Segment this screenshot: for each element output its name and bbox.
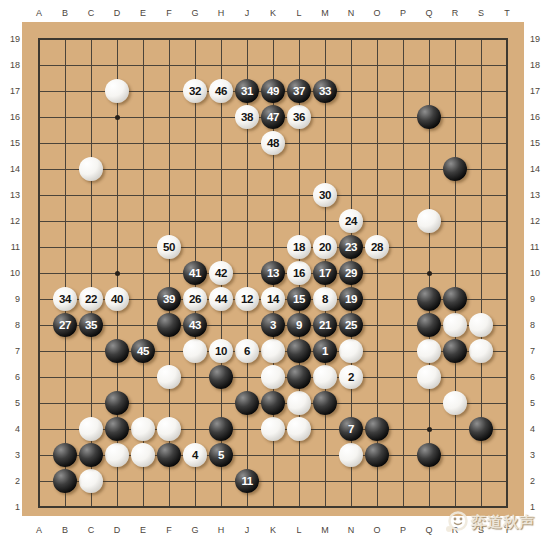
row-label: 17 <box>4 78 20 104</box>
col-label: F <box>156 7 182 19</box>
row-label: 6 <box>530 364 546 390</box>
stone-white <box>131 443 155 467</box>
stone-white: 6 <box>235 339 259 363</box>
col-label: K <box>260 524 286 536</box>
row-label: 10 <box>4 260 20 286</box>
stone-black: 3 <box>261 313 285 337</box>
row-label: 3 <box>530 442 546 468</box>
stone-white: 14 <box>261 287 285 311</box>
stone-black: 49 <box>261 79 285 103</box>
col-label: O <box>364 524 390 536</box>
stone-white <box>287 417 311 441</box>
col-label: Q <box>416 524 442 536</box>
stone-black <box>417 313 441 337</box>
stone-white: 24 <box>339 209 363 233</box>
stone-black: 35 <box>79 313 103 337</box>
col-label: P <box>390 524 416 536</box>
stone-white <box>131 417 155 441</box>
col-label: E <box>130 524 156 536</box>
col-label: D <box>104 7 130 19</box>
stone-white: 16 <box>287 261 311 285</box>
stone-white <box>157 365 181 389</box>
stone-white: 12 <box>235 287 259 311</box>
stone-black <box>365 443 389 467</box>
smiley-face-logo-icon <box>444 509 470 535</box>
col-label: A <box>26 524 52 536</box>
stone-black: 11 <box>235 469 259 493</box>
stone-white: 38 <box>235 105 259 129</box>
row-label: 13 <box>4 182 20 208</box>
col-label: E <box>130 7 156 19</box>
row-label: 10 <box>530 260 546 286</box>
stone-white <box>183 339 207 363</box>
stone-white: 26 <box>183 287 207 311</box>
star-point <box>427 271 432 276</box>
stone-white: 18 <box>287 235 311 259</box>
stone-white: 22 <box>79 287 103 311</box>
star-point <box>427 427 432 432</box>
stone-white: 44 <box>209 287 233 311</box>
row-label: 3 <box>4 442 20 468</box>
stone-white: 50 <box>157 235 181 259</box>
stone-white <box>313 365 337 389</box>
row-label: 7 <box>530 338 546 364</box>
page: ABCDEFGHJKLMNOPQRST ABCDEFGHJKLMNOPQRST … <box>0 0 550 550</box>
row-label: 2 <box>530 468 546 494</box>
stone-white: 48 <box>261 131 285 155</box>
row-label: 2 <box>4 468 20 494</box>
col-label: B <box>52 7 78 19</box>
stone-white <box>469 313 493 337</box>
col-label: Q <box>416 7 442 19</box>
row-label: 16 <box>530 104 546 130</box>
stone-white: 32 <box>183 79 207 103</box>
stone-black: 41 <box>183 261 207 285</box>
stone-black <box>287 339 311 363</box>
col-label: A <box>26 7 52 19</box>
stone-white: 42 <box>209 261 233 285</box>
row-label: 17 <box>530 78 546 104</box>
col-label: P <box>390 7 416 19</box>
stone-black <box>79 443 103 467</box>
stone-white: 36 <box>287 105 311 129</box>
stone-black: 5 <box>209 443 233 467</box>
col-label: M <box>312 7 338 19</box>
stone-white <box>157 417 181 441</box>
row-label: 8 <box>4 312 20 338</box>
stone-black: 31 <box>235 79 259 103</box>
col-label: C <box>78 7 104 19</box>
stone-white <box>417 209 441 233</box>
stone-black: 1 <box>313 339 337 363</box>
column-labels-top: ABCDEFGHJKLMNOPQRST <box>26 7 520 19</box>
col-label: M <box>312 524 338 536</box>
row-label: 15 <box>4 130 20 156</box>
stone-black: 47 <box>261 105 285 129</box>
stone-white <box>339 443 363 467</box>
stone-black: 7 <box>339 417 363 441</box>
stone-black: 25 <box>339 313 363 337</box>
col-label: L <box>286 524 312 536</box>
row-label: 11 <box>4 234 20 260</box>
col-label: C <box>78 524 104 536</box>
stones-layer: 1234567891011121314151617181920212223242… <box>26 26 520 520</box>
row-label: 18 <box>530 52 546 78</box>
stone-white: 34 <box>53 287 77 311</box>
row-label: 6 <box>4 364 20 390</box>
stone-black: 17 <box>313 261 337 285</box>
stone-black <box>261 391 285 415</box>
stone-white <box>79 469 103 493</box>
stone-black <box>365 417 389 441</box>
stone-black: 21 <box>313 313 337 337</box>
stone-black: 33 <box>313 79 337 103</box>
col-label: H <box>208 7 234 19</box>
watermark: 弈道秋声 <box>444 509 535 535</box>
star-point <box>115 271 120 276</box>
stone-white: 2 <box>339 365 363 389</box>
row-label: 19 <box>4 26 20 52</box>
stone-white <box>261 339 285 363</box>
stone-black <box>209 417 233 441</box>
stone-black: 29 <box>339 261 363 285</box>
stone-white: 30 <box>313 183 337 207</box>
stone-black <box>209 365 233 389</box>
stone-black <box>313 391 337 415</box>
stone-black: 13 <box>261 261 285 285</box>
row-label: 14 <box>4 156 20 182</box>
stone-black <box>235 391 259 415</box>
stone-white <box>261 365 285 389</box>
col-label: J <box>234 7 260 19</box>
stone-white <box>79 417 103 441</box>
stone-white <box>443 391 467 415</box>
stone-white <box>443 313 467 337</box>
col-label: S <box>468 7 494 19</box>
stone-white <box>261 417 285 441</box>
stone-black <box>105 391 129 415</box>
row-label: 4 <box>4 416 20 442</box>
col-label: K <box>260 7 286 19</box>
stone-black <box>105 417 129 441</box>
row-label: 9 <box>4 286 20 312</box>
row-label: 5 <box>530 390 546 416</box>
stone-white <box>105 443 129 467</box>
col-label: H <box>208 524 234 536</box>
stone-white: 10 <box>209 339 233 363</box>
stone-black <box>287 365 311 389</box>
row-label: 13 <box>530 182 546 208</box>
stone-black <box>53 443 77 467</box>
row-label: 5 <box>4 390 20 416</box>
stone-white <box>417 339 441 363</box>
row-labels-left: 19181716151413121110987654321 <box>4 26 20 520</box>
col-label: L <box>286 7 312 19</box>
col-label: N <box>338 7 364 19</box>
watermark-text: 弈道秋声 <box>471 513 535 532</box>
stone-black: 39 <box>157 287 181 311</box>
row-label: 12 <box>530 208 546 234</box>
col-label: F <box>156 524 182 536</box>
stone-black <box>53 469 77 493</box>
row-label: 8 <box>530 312 546 338</box>
stone-white: 40 <box>105 287 129 311</box>
stone-white <box>287 391 311 415</box>
star-point <box>115 115 120 120</box>
col-label: D <box>104 524 130 536</box>
row-label: 11 <box>530 234 546 260</box>
stone-black: 15 <box>287 287 311 311</box>
col-label: G <box>182 7 208 19</box>
row-label: 19 <box>530 26 546 52</box>
col-label: G <box>182 524 208 536</box>
row-label: 7 <box>4 338 20 364</box>
row-label: 14 <box>530 156 546 182</box>
row-label: 16 <box>4 104 20 130</box>
stone-black: 9 <box>287 313 311 337</box>
row-label: 4 <box>530 416 546 442</box>
col-label: B <box>52 524 78 536</box>
stone-white <box>417 365 441 389</box>
col-label: N <box>338 524 364 536</box>
stone-white <box>79 157 103 181</box>
stone-black <box>417 287 441 311</box>
stone-black <box>417 443 441 467</box>
stone-black: 19 <box>339 287 363 311</box>
stone-black: 37 <box>287 79 311 103</box>
stone-black <box>469 417 493 441</box>
stone-black: 43 <box>183 313 207 337</box>
stone-white <box>469 339 493 363</box>
stone-white: 8 <box>313 287 337 311</box>
stone-black <box>443 157 467 181</box>
stone-black <box>417 105 441 129</box>
col-label: J <box>234 524 260 536</box>
stone-black <box>443 287 467 311</box>
stone-white: 4 <box>183 443 207 467</box>
col-label: R <box>442 7 468 19</box>
stone-black: 27 <box>53 313 77 337</box>
row-label: 9 <box>530 286 546 312</box>
stone-white: 20 <box>313 235 337 259</box>
stone-white <box>105 79 129 103</box>
stone-black: 23 <box>339 235 363 259</box>
row-label: 1 <box>4 494 20 520</box>
row-label: 12 <box>4 208 20 234</box>
col-label: O <box>364 7 390 19</box>
stone-white: 28 <box>365 235 389 259</box>
stone-white: 46 <box>209 79 233 103</box>
stone-black <box>157 443 181 467</box>
row-label: 18 <box>4 52 20 78</box>
stone-black <box>105 339 129 363</box>
stone-black: 45 <box>131 339 155 363</box>
col-label: T <box>494 7 520 19</box>
stone-white <box>339 339 363 363</box>
stone-black <box>157 313 181 337</box>
stone-black <box>443 339 467 363</box>
row-labels-right: 19181716151413121110987654321 <box>530 26 546 520</box>
row-label: 15 <box>530 130 546 156</box>
